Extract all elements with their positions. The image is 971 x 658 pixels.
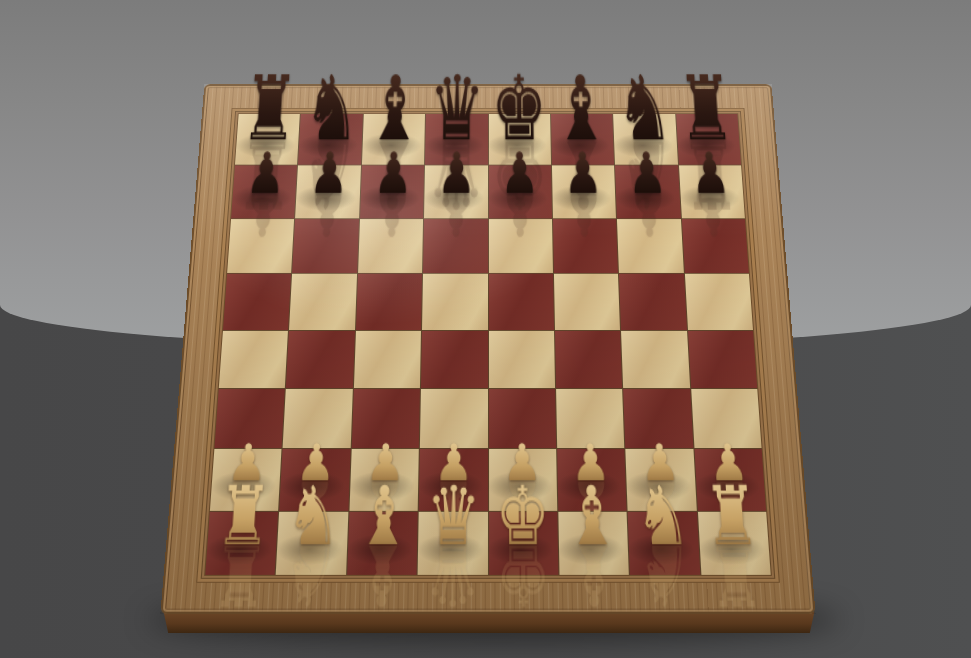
piece-white-rook-h1[interactable]: ♜♜	[697, 511, 771, 575]
pieces-layer: ♜♜♞♞♝♝♛♛♚♚♝♝♞♞♜♜♟♟♟♟♟♟♟♟♟♟♟♟♟♟♟♟♟♟♟♟♟♟♟♟…	[205, 114, 771, 575]
piece-reflection: ♞	[281, 532, 340, 616]
piece-black-pawn-h7[interactable]: ♟♟	[678, 166, 745, 219]
chess-scene: ♜♜♞♞♝♝♛♛♚♚♝♝♞♞♜♜♟♟♟♟♟♟♟♟♟♟♟♟♟♟♟♟♟♟♟♟♟♟♟♟…	[0, 0, 971, 658]
piece-reflection: ♟	[371, 185, 412, 244]
piece-reflection: ♟	[242, 185, 285, 244]
piece-reflection: ♟	[564, 185, 605, 244]
piece-reflection: ♟	[436, 185, 476, 244]
chess-board[interactable]: ♜♜♞♞♝♝♛♛♚♚♝♝♞♞♜♜♟♟♟♟♟♟♟♟♟♟♟♟♟♟♟♟♟♟♟♟♟♟♟♟…	[160, 84, 815, 613]
piece-reflection: ♜	[210, 532, 271, 616]
piece-reflection: ♟	[500, 185, 540, 244]
piece-reflection: ♟	[628, 185, 670, 244]
piece-reflection: ♛	[424, 532, 480, 616]
piece-reflection: ♚	[496, 532, 552, 616]
piece-reflection: ♝	[353, 532, 411, 616]
piece-reflection: ♜	[705, 532, 766, 616]
piece-reflection: ♟	[691, 185, 734, 244]
piece-reflection: ♟	[307, 185, 349, 244]
